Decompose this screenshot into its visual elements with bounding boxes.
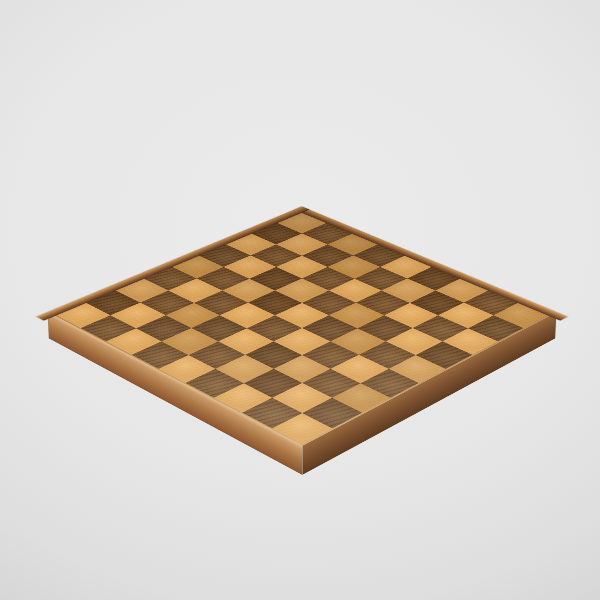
board-top-surface: [47, 206, 556, 445]
square-r6c7-dark: [302, 369, 360, 398]
square-r5c6-dark: [302, 341, 359, 368]
square-r4c6-light: [330, 328, 386, 355]
square-r7c6-dark: [244, 369, 302, 398]
square-r5c5-light: [274, 328, 330, 355]
checkerboard: [47, 206, 556, 445]
square-r4c7-dark: [359, 341, 416, 368]
square-r7c5-light: [216, 355, 273, 383]
square-r6c3-dark: [192, 315, 247, 341]
square-r2c7-dark: [413, 315, 468, 341]
square-r4c5-dark: [302, 315, 357, 341]
photo-background: [0, 0, 600, 600]
playing-field-grid: [57, 213, 548, 444]
square-r7c2-dark: [136, 315, 191, 341]
square-r5c7-light: [331, 355, 388, 383]
square-r6c5-dark: [245, 341, 302, 368]
square-r7c4-dark: [189, 341, 246, 368]
square-r3c7-light: [386, 328, 442, 355]
square-r7c7-light: [273, 383, 332, 413]
square-r3c6-dark: [357, 315, 412, 341]
square-r7c3-light: [162, 328, 218, 355]
square-r5c4-dark: [247, 315, 302, 341]
square-r6c4-light: [218, 328, 274, 355]
square-r6c6-light: [273, 355, 330, 383]
